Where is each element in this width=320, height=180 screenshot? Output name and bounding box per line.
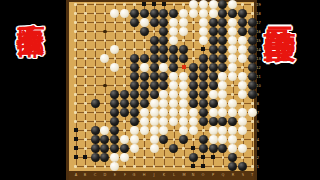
- empty-point-dot: [84, 75, 87, 78]
- black-stone: [179, 54, 188, 63]
- black-territory-marker: [201, 155, 205, 159]
- white-stone: [199, 18, 208, 27]
- black-stone: [218, 36, 227, 45]
- white-stone: [238, 144, 247, 153]
- empty-point-dot: [104, 75, 107, 78]
- black-territory-marker: [201, 164, 205, 168]
- empty-point-dot: [104, 111, 107, 114]
- empty-point-dot: [84, 93, 87, 96]
- black-territory-marker: [152, 2, 156, 6]
- empty-point-dot: [84, 57, 87, 60]
- white-stone: [120, 153, 129, 162]
- black-stone: [140, 54, 149, 63]
- column-label: M: [182, 172, 186, 176]
- empty-point-dot: [192, 57, 195, 60]
- white-stone: [238, 54, 247, 63]
- white-stone: [120, 135, 129, 144]
- row-label: 13: [256, 57, 260, 61]
- empty-point-dot: [182, 39, 185, 42]
- white-stone: [238, 72, 247, 81]
- empty-point-dot: [74, 3, 77, 6]
- black-stone: [218, 117, 227, 126]
- white-stone: [238, 126, 247, 135]
- empty-point-dot: [84, 21, 87, 24]
- white-stone: [120, 9, 129, 18]
- white-stone: [218, 135, 227, 144]
- empty-point-dot: [241, 66, 244, 69]
- empty-point-dot: [74, 84, 77, 87]
- black-stone: [228, 153, 237, 162]
- white-stone: [179, 9, 188, 18]
- black-stone: [209, 45, 218, 54]
- black-stone: [130, 99, 139, 108]
- black-territory-marker: [74, 137, 78, 141]
- white-stone: [130, 135, 139, 144]
- white-stone: [140, 126, 149, 135]
- empty-point-dot: [74, 57, 77, 60]
- white-stone: [169, 18, 178, 27]
- white-stone: [228, 63, 237, 72]
- black-territory-marker: [191, 146, 195, 150]
- video-thumbnail: 大石全部取る ABCDEFGHJKLMNOPQRST19181716151413…: [0, 0, 320, 180]
- black-stone: [199, 144, 208, 153]
- black-stone: [130, 108, 139, 117]
- empty-point-dot: [104, 3, 107, 6]
- black-stone: [91, 126, 100, 135]
- white-stone: [189, 117, 198, 126]
- black-stone: [159, 27, 168, 36]
- empty-point-dot: [251, 129, 254, 132]
- row-label: 19: [256, 3, 260, 7]
- white-stone: [218, 99, 227, 108]
- black-stone: [199, 99, 208, 108]
- black-stone: [120, 144, 129, 153]
- white-stone: [228, 27, 237, 36]
- black-stone: [130, 117, 139, 126]
- empty-point-dot: [192, 39, 195, 42]
- white-stone: [179, 18, 188, 27]
- white-stone: [218, 108, 227, 117]
- black-territory-marker: [74, 146, 78, 150]
- empty-point-dot: [173, 129, 176, 132]
- empty-point-dot: [143, 156, 146, 159]
- black-stone: [218, 9, 227, 18]
- black-stone: [238, 162, 247, 171]
- black-stone: [91, 99, 100, 108]
- black-stone: [159, 54, 168, 63]
- empty-point-dot: [74, 66, 77, 69]
- row-label: 11: [256, 75, 260, 79]
- column-label: N: [192, 172, 196, 176]
- empty-point-dot: [133, 48, 136, 51]
- empty-point-dot: [251, 120, 254, 123]
- black-stone: [209, 144, 218, 153]
- empty-point-dot: [192, 138, 195, 141]
- empty-point-dot: [251, 147, 254, 150]
- black-stone: [238, 9, 247, 18]
- empty-point-dot: [182, 147, 185, 150]
- white-stone: [169, 36, 178, 45]
- black-stone: [218, 27, 227, 36]
- white-stone: [110, 45, 119, 54]
- row-label: 9: [256, 93, 260, 97]
- black-stone: [150, 36, 159, 45]
- row-label: 4: [256, 138, 260, 142]
- empty-point-dot: [84, 138, 87, 141]
- row-label: 10: [256, 84, 260, 88]
- white-stone: [159, 108, 168, 117]
- empty-point-dot: [74, 111, 77, 114]
- empty-point-dot: [123, 165, 126, 168]
- white-stone: [218, 126, 227, 135]
- white-stone: [189, 9, 198, 18]
- black-stone: [238, 18, 247, 27]
- white-stone: [238, 90, 247, 99]
- row-label: 16: [256, 30, 260, 34]
- white-stone: [218, 81, 227, 90]
- white-stone: [159, 90, 168, 99]
- star-point: [103, 30, 106, 33]
- empty-point-dot: [133, 165, 136, 168]
- white-stone: [150, 144, 159, 153]
- white-stone: [150, 99, 159, 108]
- empty-point-dot: [143, 147, 146, 150]
- empty-point-dot: [251, 3, 254, 6]
- black-stone: [199, 72, 208, 81]
- empty-point-dot: [114, 57, 117, 60]
- white-stone: [179, 72, 188, 81]
- white-stone: [159, 117, 168, 126]
- empty-point-dot: [74, 21, 77, 24]
- empty-point-dot: [182, 165, 185, 168]
- black-territory-marker: [162, 2, 166, 6]
- black-stone: [120, 90, 129, 99]
- empty-point-dot: [74, 30, 77, 33]
- empty-point-dot: [231, 84, 234, 87]
- white-stone: [179, 81, 188, 90]
- black-stone: [130, 54, 139, 63]
- black-stone: [199, 90, 208, 99]
- white-stone: [218, 72, 227, 81]
- empty-point-dot: [84, 147, 87, 150]
- empty-point-dot: [104, 120, 107, 123]
- empty-point-dot: [84, 120, 87, 123]
- white-stone: [159, 63, 168, 72]
- black-stone: [159, 36, 168, 45]
- white-stone: [110, 153, 119, 162]
- row-label: 5: [256, 129, 260, 133]
- empty-point-dot: [104, 39, 107, 42]
- black-stone: [169, 54, 178, 63]
- black-stone: [199, 135, 208, 144]
- white-stone: [110, 9, 119, 18]
- black-territory-marker: [74, 155, 78, 159]
- white-stone: [228, 135, 237, 144]
- empty-point-dot: [104, 21, 107, 24]
- empty-point-dot: [114, 75, 117, 78]
- white-stone: [209, 126, 218, 135]
- white-stone: [228, 54, 237, 63]
- black-stone: [159, 9, 168, 18]
- white-stone: [169, 27, 178, 36]
- black-stone: [140, 99, 149, 108]
- go-board: ABCDEFGHJKLMNOPQRST191817161514131211109…: [66, 0, 257, 180]
- empty-point-dot: [251, 102, 254, 105]
- black-stone: [218, 63, 227, 72]
- white-stone: [228, 144, 237, 153]
- column-label: O: [201, 172, 205, 176]
- black-stone: [150, 54, 159, 63]
- black-stone: [150, 63, 159, 72]
- black-stone: [100, 135, 109, 144]
- black-stone: [140, 27, 149, 36]
- empty-point-dot: [123, 75, 126, 78]
- empty-point-dot: [123, 48, 126, 51]
- white-stone: [179, 90, 188, 99]
- empty-point-dot: [114, 39, 117, 42]
- white-stone: [150, 126, 159, 135]
- black-stone: [140, 90, 149, 99]
- black-stone: [199, 63, 208, 72]
- empty-point-dot: [104, 66, 107, 69]
- white-stone: [209, 108, 218, 117]
- empty-point-dot: [251, 156, 254, 159]
- black-stone: [189, 90, 198, 99]
- empty-point-dot: [104, 48, 107, 51]
- black-stone: [110, 108, 119, 117]
- black-territory-marker: [74, 128, 78, 132]
- empty-point-dot: [104, 12, 107, 15]
- row-label: 3: [256, 147, 260, 151]
- empty-point-dot: [251, 138, 254, 141]
- column-label: F: [123, 172, 127, 176]
- black-stone: [238, 27, 247, 36]
- black-stone: [159, 18, 168, 27]
- black-stone: [159, 135, 168, 144]
- column-label: H: [142, 172, 146, 176]
- empty-point-dot: [182, 156, 185, 159]
- white-stone: [238, 117, 247, 126]
- white-stone: [169, 90, 178, 99]
- white-stone: [238, 108, 247, 117]
- black-territory-marker: [142, 2, 146, 6]
- white-stone: [169, 99, 178, 108]
- empty-point-dot: [251, 12, 254, 15]
- black-stone: [209, 99, 218, 108]
- white-stone: [228, 0, 237, 9]
- empty-point-dot: [202, 129, 205, 132]
- white-stone: [209, 90, 218, 99]
- white-stone: [179, 117, 188, 126]
- white-stone: [228, 72, 237, 81]
- white-stone: [110, 63, 119, 72]
- empty-point-dot: [133, 30, 136, 33]
- black-stone: [209, 72, 218, 81]
- black-stone: [209, 117, 218, 126]
- black-stone: [130, 18, 139, 27]
- empty-point-dot: [163, 156, 166, 159]
- white-stone: [150, 135, 159, 144]
- white-stone: [150, 117, 159, 126]
- black-stone: [110, 90, 119, 99]
- white-stone: [199, 27, 208, 36]
- black-stone: [150, 9, 159, 18]
- white-stone: [209, 135, 218, 144]
- black-stone: [209, 63, 218, 72]
- black-stone: [110, 144, 119, 153]
- black-stone: [228, 162, 237, 171]
- empty-point-dot: [123, 57, 126, 60]
- black-stone: [91, 144, 100, 153]
- empty-point-dot: [114, 84, 117, 87]
- black-stone: [179, 135, 188, 144]
- empty-point-dot: [241, 138, 244, 141]
- star-point: [103, 84, 106, 87]
- empty-point-dot: [84, 102, 87, 105]
- column-label: S: [241, 172, 245, 176]
- empty-point-dot: [123, 39, 126, 42]
- empty-point-dot: [192, 48, 195, 51]
- black-stone: [218, 54, 227, 63]
- empty-point-dot: [133, 3, 136, 6]
- black-stone: [110, 126, 119, 135]
- row-label: 8: [256, 102, 260, 106]
- empty-point-dot: [74, 48, 77, 51]
- empty-point-dot: [123, 3, 126, 6]
- white-stone: [218, 90, 227, 99]
- white-stone: [150, 108, 159, 117]
- white-stone: [228, 99, 237, 108]
- black-stone: [179, 45, 188, 54]
- black-stone: [130, 63, 139, 72]
- white-stone: [169, 117, 178, 126]
- black-stone: [100, 144, 109, 153]
- column-label: D: [103, 172, 107, 176]
- black-stone: [209, 27, 218, 36]
- black-stone: [150, 45, 159, 54]
- empty-point-dot: [173, 138, 176, 141]
- row-label: 6: [256, 120, 260, 124]
- black-stone: [169, 144, 178, 153]
- empty-point-dot: [173, 165, 176, 168]
- black-stone: [169, 45, 178, 54]
- empty-point-dot: [222, 156, 225, 159]
- empty-point-dot: [123, 66, 126, 69]
- column-label: P: [211, 172, 215, 176]
- empty-point-dot: [241, 102, 244, 105]
- empty-point-dot: [143, 138, 146, 141]
- empty-point-dot: [173, 156, 176, 159]
- black-stone: [189, 81, 198, 90]
- white-stone: [140, 18, 149, 27]
- empty-point-dot: [74, 120, 77, 123]
- white-stone: [140, 108, 149, 117]
- black-territory-marker: [201, 47, 205, 51]
- empty-point-dot: [84, 84, 87, 87]
- white-stone: [209, 9, 218, 18]
- white-stone: [159, 99, 168, 108]
- black-stone: [130, 81, 139, 90]
- black-stone: [159, 81, 168, 90]
- white-stone: [228, 126, 237, 135]
- black-stone: [159, 72, 168, 81]
- white-stone: [199, 9, 208, 18]
- black-stone: [209, 54, 218, 63]
- black-stone: [218, 45, 227, 54]
- black-stone: [159, 45, 168, 54]
- white-stone: [169, 108, 178, 117]
- empty-point-dot: [123, 30, 126, 33]
- column-label: T: [251, 172, 255, 176]
- white-stone: [228, 108, 237, 117]
- empty-point-dot: [192, 21, 195, 24]
- white-stone: [179, 108, 188, 117]
- empty-point-dot: [74, 12, 77, 15]
- black-stone: [150, 81, 159, 90]
- white-stone: [100, 126, 109, 135]
- black-stone: [150, 72, 159, 81]
- black-territory-marker: [211, 155, 215, 159]
- black-stone: [130, 9, 139, 18]
- column-label: R: [231, 172, 235, 176]
- black-territory-marker: [191, 164, 195, 168]
- empty-point-dot: [74, 75, 77, 78]
- black-stone: [91, 135, 100, 144]
- empty-point-dot: [84, 39, 87, 42]
- black-stone: [110, 135, 119, 144]
- black-stone: [130, 72, 139, 81]
- white-stone: [130, 144, 139, 153]
- column-label: L: [172, 172, 176, 176]
- left-caption-text: 大石全部取る: [16, 5, 45, 37]
- empty-point-dot: [84, 3, 87, 6]
- empty-point-dot: [173, 3, 176, 6]
- empty-point-dot: [84, 48, 87, 51]
- white-stone: [228, 45, 237, 54]
- black-stone: [150, 90, 159, 99]
- empty-point-dot: [74, 102, 77, 105]
- empty-point-dot: [84, 30, 87, 33]
- empty-point-dot: [74, 39, 77, 42]
- black-stone: [189, 99, 198, 108]
- empty-point-dot: [241, 3, 244, 6]
- black-stone: [228, 9, 237, 18]
- white-stone: [130, 126, 139, 135]
- column-label: E: [113, 172, 117, 176]
- white-stone: [228, 18, 237, 27]
- empty-point-dot: [133, 156, 136, 159]
- empty-point-dot: [123, 129, 126, 132]
- empty-point-dot: [222, 165, 225, 168]
- white-stone: [179, 99, 188, 108]
- black-stone: [120, 99, 129, 108]
- empty-point-dot: [74, 93, 77, 96]
- white-stone: [140, 117, 149, 126]
- black-stone: [199, 54, 208, 63]
- white-stone: [189, 108, 198, 117]
- black-stone: [120, 108, 129, 117]
- white-stone: [169, 72, 178, 81]
- black-stone: [218, 0, 227, 9]
- black-stone: [189, 72, 198, 81]
- black-stone: [209, 18, 218, 27]
- row-label: 14: [256, 48, 260, 52]
- row-label: 18: [256, 12, 260, 16]
- empty-point-dot: [163, 165, 166, 168]
- white-stone: [199, 0, 208, 9]
- black-stone: [209, 36, 218, 45]
- empty-point-dot: [84, 12, 87, 15]
